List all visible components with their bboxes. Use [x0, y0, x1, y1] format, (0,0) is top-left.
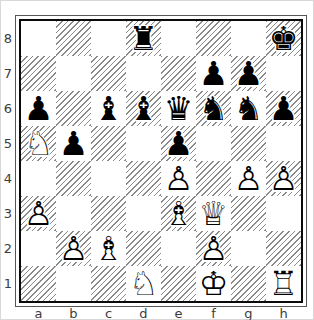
- square-d4[interactable]: [126, 161, 161, 196]
- square-f8[interactable]: [196, 21, 231, 56]
- square-g4[interactable]: ♟♙: [231, 161, 266, 196]
- square-h3[interactable]: [266, 196, 301, 231]
- white-pawn: ♙: [56, 231, 91, 266]
- black-pawn: ♟: [21, 91, 56, 126]
- square-e8[interactable]: [161, 21, 196, 56]
- square-a3[interactable]: ♟♙: [21, 196, 56, 231]
- square-d8[interactable]: ♜: [126, 21, 161, 56]
- square-e1[interactable]: [161, 266, 196, 301]
- black-knight: ♞: [196, 91, 231, 126]
- rank-label-3: 3: [1, 196, 15, 231]
- square-a4[interactable]: [21, 161, 56, 196]
- square-a5[interactable]: ♞♘: [21, 126, 56, 161]
- file-label-e: e: [161, 307, 196, 320]
- square-a2[interactable]: [21, 231, 56, 266]
- rank-label-5: 5: [1, 126, 15, 161]
- rank-labels: 87654321: [1, 15, 15, 307]
- rank-label-2: 2: [1, 231, 15, 266]
- black-pawn: ♟: [161, 126, 196, 161]
- square-f4[interactable]: [196, 161, 231, 196]
- square-e5[interactable]: ♟: [161, 126, 196, 161]
- square-g5[interactable]: [231, 126, 266, 161]
- white-pawn: ♙: [231, 161, 266, 196]
- white-pawn: ♙: [196, 231, 231, 266]
- rank-label-6: 6: [1, 91, 15, 126]
- file-label-g: g: [231, 307, 266, 320]
- square-h2[interactable]: [266, 231, 301, 266]
- black-pawn: ♟: [56, 126, 91, 161]
- file-label-d: d: [126, 307, 161, 320]
- rank-label-8: 8: [1, 21, 15, 56]
- square-d5[interactable]: [126, 126, 161, 161]
- rank-label-4: 4: [1, 161, 15, 196]
- white-knight: ♘: [21, 126, 56, 161]
- square-c4[interactable]: [91, 161, 126, 196]
- rank-label-7: 7: [1, 56, 15, 91]
- square-b8[interactable]: [56, 21, 91, 56]
- square-a8[interactable]: [21, 21, 56, 56]
- square-g3[interactable]: [231, 196, 266, 231]
- square-g6[interactable]: ♞: [231, 91, 266, 126]
- square-h1[interactable]: ♜♖: [266, 266, 301, 301]
- square-h5[interactable]: [266, 126, 301, 161]
- square-a7[interactable]: [21, 56, 56, 91]
- white-rook: ♖: [266, 266, 301, 301]
- square-b6[interactable]: [56, 91, 91, 126]
- square-f2[interactable]: ♟♙: [196, 231, 231, 266]
- square-h7[interactable]: [266, 56, 301, 91]
- black-pawn: ♟: [196, 56, 231, 91]
- black-knight: ♞: [231, 91, 266, 126]
- square-f7[interactable]: ♟: [196, 56, 231, 91]
- square-e4[interactable]: ♟♙: [161, 161, 196, 196]
- chess-diagram: 87654321 ♜♚♟♟♟♝♝♛♞♞♟♞♘♟♟♟♙♟♙♟♙♟♙♝♗♛♕♟♙♝♗…: [1, 15, 307, 307]
- square-e2[interactable]: [161, 231, 196, 266]
- square-a1[interactable]: [21, 266, 56, 301]
- square-b3[interactable]: [56, 196, 91, 231]
- square-d7[interactable]: [126, 56, 161, 91]
- black-king: ♚: [266, 21, 301, 56]
- square-c1[interactable]: [91, 266, 126, 301]
- square-g8[interactable]: [231, 21, 266, 56]
- file-label-b: b: [56, 307, 91, 320]
- square-g2[interactable]: [231, 231, 266, 266]
- black-queen: ♛: [161, 91, 196, 126]
- white-pawn: ♙: [266, 161, 301, 196]
- square-e3[interactable]: ♝♗: [161, 196, 196, 231]
- square-f6[interactable]: ♞: [196, 91, 231, 126]
- square-b2[interactable]: ♟♙: [56, 231, 91, 266]
- square-h4[interactable]: ♟♙: [266, 161, 301, 196]
- square-b4[interactable]: [56, 161, 91, 196]
- file-labels: abcdefgh: [21, 307, 301, 320]
- chess-diagram-page: 87654321 ♜♚♟♟♟♝♝♛♞♞♟♞♘♟♟♟♙♟♙♟♙♟♙♝♗♛♕♟♙♝♗…: [0, 0, 314, 320]
- white-queen: ♕: [196, 196, 231, 231]
- square-b5[interactable]: ♟: [56, 126, 91, 161]
- square-c6[interactable]: ♝: [91, 91, 126, 126]
- square-h6[interactable]: ♟: [266, 91, 301, 126]
- white-pawn: ♙: [21, 196, 56, 231]
- square-c5[interactable]: [91, 126, 126, 161]
- square-d3[interactable]: [126, 196, 161, 231]
- black-pawn: ♟: [266, 91, 301, 126]
- square-g7[interactable]: ♟: [231, 56, 266, 91]
- square-f5[interactable]: [196, 126, 231, 161]
- square-f1[interactable]: ♚♔: [196, 266, 231, 301]
- white-knight: ♘: [126, 266, 161, 301]
- square-c8[interactable]: [91, 21, 126, 56]
- file-label-c: c: [91, 307, 126, 320]
- square-g1[interactable]: [231, 266, 266, 301]
- file-label-a: a: [21, 307, 56, 320]
- file-label-f: f: [196, 307, 231, 320]
- black-bishop: ♝: [91, 91, 126, 126]
- white-bishop: ♗: [91, 231, 126, 266]
- square-e7[interactable]: [161, 56, 196, 91]
- square-c3[interactable]: [91, 196, 126, 231]
- square-f3[interactable]: ♛♕: [196, 196, 231, 231]
- black-pawn: ♟: [231, 56, 266, 91]
- square-e6[interactable]: ♛: [161, 91, 196, 126]
- black-bishop: ♝: [126, 91, 161, 126]
- square-d6[interactable]: ♝: [126, 91, 161, 126]
- square-h8[interactable]: ♚: [266, 21, 301, 56]
- black-rook: ♜: [126, 21, 161, 56]
- chess-board: ♜♚♟♟♟♝♝♛♞♞♟♞♘♟♟♟♙♟♙♟♙♟♙♝♗♛♕♟♙♝♗♟♙♞♘♚♔♜♖: [19, 19, 303, 303]
- white-pawn: ♙: [161, 161, 196, 196]
- square-d2[interactable]: [126, 231, 161, 266]
- board-frame: ♜♚♟♟♟♝♝♛♞♞♟♞♘♟♟♟♙♟♙♟♙♟♙♝♗♛♕♟♙♝♗♟♙♞♘♚♔♜♖: [15, 15, 307, 307]
- square-a6[interactable]: ♟: [21, 91, 56, 126]
- square-c2[interactable]: ♝♗: [91, 231, 126, 266]
- square-c7[interactable]: [91, 56, 126, 91]
- square-b1[interactable]: [56, 266, 91, 301]
- file-label-h: h: [266, 307, 301, 320]
- square-d1[interactable]: ♞♘: [126, 266, 161, 301]
- square-b7[interactable]: [56, 56, 91, 91]
- white-bishop: ♗: [161, 196, 196, 231]
- rank-label-1: 1: [1, 266, 15, 301]
- white-king: ♔: [196, 266, 231, 301]
